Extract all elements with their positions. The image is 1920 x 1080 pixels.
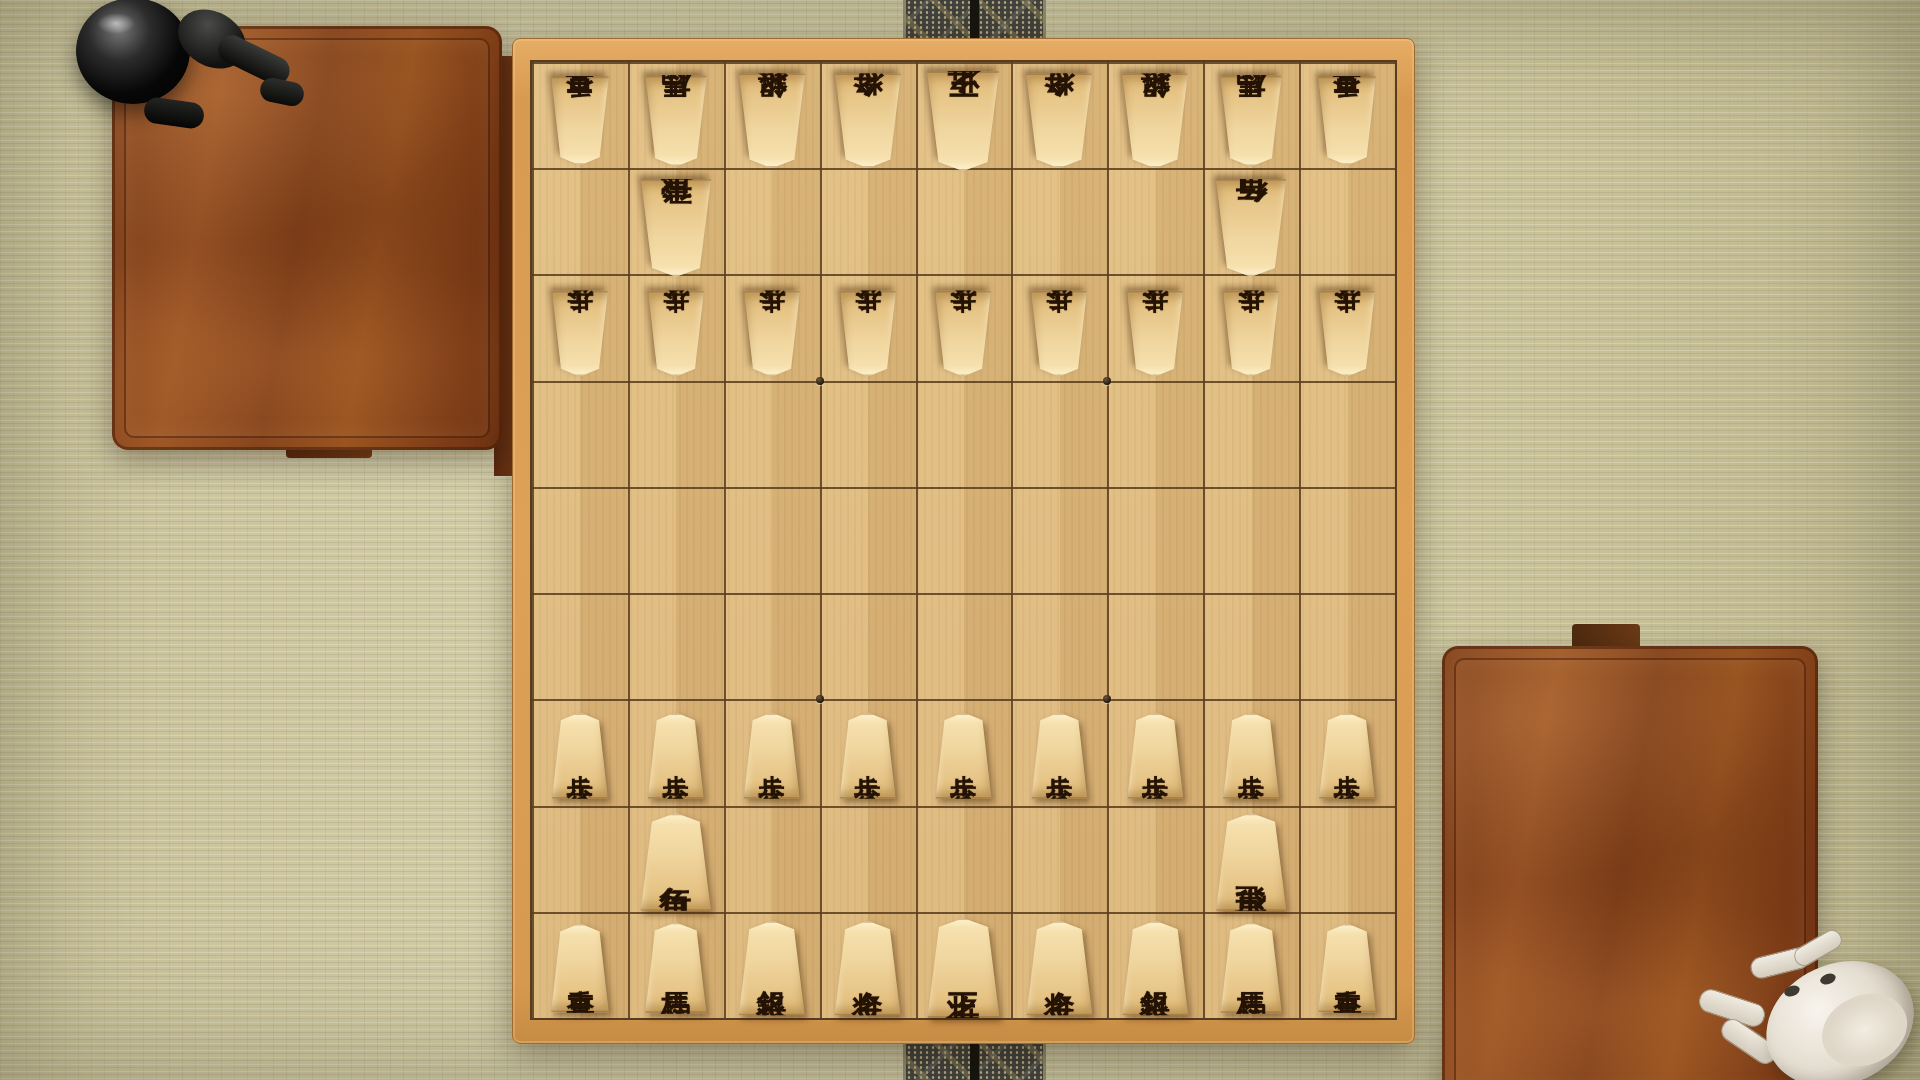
- square-2-1[interactable]: 桂馬: [1203, 62, 1299, 168]
- piece-wood-tile: 桂馬: [1219, 922, 1284, 1013]
- square-9-3[interactable]: 歩兵: [532, 274, 628, 380]
- piece-wood-tile: 歩兵: [742, 290, 801, 376]
- square-4-8[interactable]: [1011, 806, 1107, 912]
- piece-gote-pawn[interactable]: 歩兵: [934, 290, 993, 376]
- piece-sente-bishop[interactable]: 角行: [638, 813, 713, 911]
- square-6-2[interactable]: [820, 168, 916, 274]
- piece-sente-pawn[interactable]: 歩兵: [934, 713, 993, 799]
- square-3-3[interactable]: 歩兵: [1107, 274, 1203, 380]
- piece-wood-tile: 桂馬: [643, 922, 708, 1013]
- square-8-3[interactable]: 歩兵: [628, 274, 724, 380]
- piece-wood-tile: 銀将: [737, 921, 807, 1016]
- square-4-1[interactable]: 金将: [1011, 62, 1107, 168]
- square-3-5[interactable]: [1107, 487, 1203, 593]
- piece-kanji-label: 歩兵: [1334, 755, 1360, 757]
- square-1-4[interactable]: [1299, 381, 1395, 487]
- piece-wood-tile: 金将: [1024, 74, 1094, 169]
- piece-sente-silver[interactable]: 銀将: [1120, 921, 1190, 1016]
- square-4-3[interactable]: 歩兵: [1011, 274, 1107, 380]
- piece-kanji-label: 桂馬: [661, 120, 690, 122]
- square-8-7[interactable]: 歩兵: [628, 699, 724, 805]
- piece-wood-tile: 歩兵: [1221, 290, 1280, 376]
- square-8-4[interactable]: [628, 381, 724, 487]
- piece-sente-pawn[interactable]: 歩兵: [646, 713, 705, 799]
- square-5-6[interactable]: [916, 593, 1012, 699]
- piece-gote-lance[interactable]: 香車: [549, 76, 610, 165]
- square-5-8[interactable]: [916, 806, 1012, 912]
- square-9-9[interactable]: 香車: [532, 912, 628, 1018]
- square-6-1[interactable]: 金将: [820, 62, 916, 168]
- piece-sente-pawn[interactable]: 歩兵: [742, 713, 801, 799]
- piece-gote-knight[interactable]: 桂馬: [1219, 75, 1284, 166]
- square-2-9[interactable]: 桂馬: [1203, 912, 1299, 1018]
- piece-wood-tile: 桂馬: [643, 75, 708, 166]
- square-6-7[interactable]: 歩兵: [820, 699, 916, 805]
- piece-sente-pawn[interactable]: 歩兵: [1030, 713, 1089, 799]
- square-3-8[interactable]: [1107, 806, 1203, 912]
- piece-gote-pawn[interactable]: 歩兵: [1317, 290, 1376, 376]
- piece-kanji-label: 歩兵: [567, 755, 593, 757]
- piece-wood-tile: 歩兵: [646, 713, 705, 799]
- piece-wood-tile: 金将: [1024, 921, 1094, 1016]
- piece-gote-gold[interactable]: 金将: [1024, 74, 1094, 169]
- piece-sente-knight[interactable]: 桂馬: [643, 922, 708, 1013]
- piece-wood-tile: 歩兵: [646, 290, 705, 376]
- piece-wood-tile: 歩兵: [1221, 713, 1280, 799]
- piece-kanji-label: 歩兵: [663, 755, 689, 757]
- square-9-7[interactable]: 歩兵: [532, 699, 628, 805]
- piece-wood-tile: 歩兵: [934, 713, 993, 799]
- piece-gote-rook[interactable]: 飛車: [638, 179, 713, 277]
- square-8-2[interactable]: 飛車: [628, 168, 724, 274]
- square-8-8[interactable]: 角行: [628, 806, 724, 912]
- square-7-2[interactable]: [724, 168, 820, 274]
- piece-kanji-label: 歩兵: [1238, 755, 1264, 757]
- square-5-9[interactable]: 王将: [916, 912, 1012, 1018]
- piece-kanji-label: 歩兵: [1238, 332, 1264, 334]
- square-4-4[interactable]: [1011, 381, 1107, 487]
- piece-wood-tile: 歩兵: [838, 290, 897, 376]
- square-7-7[interactable]: 歩兵: [724, 699, 820, 805]
- square-9-6[interactable]: [532, 593, 628, 699]
- piece-gote-pawn[interactable]: 歩兵: [1030, 290, 1089, 376]
- shogi-board-grid: 香車桂馬銀将金将王将金将銀将桂馬香車飛車角行歩兵歩兵歩兵歩兵歩兵歩兵歩兵歩兵歩兵…: [530, 60, 1397, 1020]
- piece-gote-pawn[interactable]: 歩兵: [838, 290, 897, 376]
- piece-kanji-label: 歩兵: [759, 755, 785, 757]
- piece-kanji-label: 王将: [947, 967, 980, 969]
- piece-wood-tile: 香車: [549, 76, 610, 165]
- square-1-6[interactable]: [1299, 593, 1395, 699]
- piece-sente-pawn[interactable]: 歩兵: [1221, 713, 1280, 799]
- piece-gote-pawn[interactable]: 歩兵: [1126, 290, 1185, 376]
- shogi-room-scene: 香車桂馬銀将金将王将金将銀将桂馬香車飛車角行歩兵歩兵歩兵歩兵歩兵歩兵歩兵歩兵歩兵…: [0, 0, 1920, 1080]
- black-robot-player: [48, 0, 288, 138]
- square-5-1[interactable]: 王将: [916, 62, 1012, 168]
- star-point: [1103, 695, 1111, 703]
- square-9-2[interactable]: [532, 168, 628, 274]
- piece-wood-tile: 銀将: [1120, 921, 1190, 1016]
- piece-kanji-label: 歩兵: [1334, 332, 1360, 334]
- square-3-7[interactable]: 歩兵: [1107, 699, 1203, 805]
- piece-wood-tile: 飛車: [638, 179, 713, 277]
- piece-kanji-label: 歩兵: [567, 332, 593, 334]
- piece-wood-tile: 歩兵: [1030, 713, 1089, 799]
- piece-kanji-label: 歩兵: [855, 332, 881, 334]
- square-4-5[interactable]: [1011, 487, 1107, 593]
- square-2-2[interactable]: 角行: [1203, 168, 1299, 274]
- piece-kanji-label: 王将: [947, 120, 980, 122]
- square-2-5[interactable]: [1203, 487, 1299, 593]
- square-8-1[interactable]: 桂馬: [628, 62, 724, 168]
- piece-kanji-label: 香車: [566, 967, 594, 969]
- piece-gote-silver[interactable]: 銀将: [737, 74, 807, 169]
- square-7-5[interactable]: [724, 487, 820, 593]
- square-7-4[interactable]: [724, 381, 820, 487]
- piece-wood-tile: 歩兵: [934, 290, 993, 376]
- piece-sente-silver[interactable]: 銀将: [737, 921, 807, 1016]
- square-9-8[interactable]: [532, 806, 628, 912]
- square-1-9[interactable]: 香車: [1299, 912, 1395, 1018]
- piece-kanji-label: 歩兵: [1046, 332, 1072, 334]
- square-5-7[interactable]: 歩兵: [916, 699, 1012, 805]
- piece-kanji-label: 桂馬: [661, 967, 690, 969]
- square-2-4[interactable]: [1203, 381, 1299, 487]
- square-1-8[interactable]: [1299, 806, 1395, 912]
- piece-kanji-label: 香車: [1333, 967, 1361, 969]
- piece-wood-tile: 銀将: [1120, 74, 1190, 169]
- piece-gote-lance[interactable]: 香車: [1316, 76, 1377, 165]
- piece-kanji-label: 桂馬: [1237, 120, 1266, 122]
- square-5-2[interactable]: [916, 168, 1012, 274]
- piece-gote-pawn[interactable]: 歩兵: [646, 290, 705, 376]
- piece-sente-pawn[interactable]: 歩兵: [550, 713, 609, 799]
- piece-wood-tile: 歩兵: [1030, 290, 1089, 376]
- piece-sente-lance[interactable]: 香車: [1316, 923, 1377, 1012]
- piece-kanji-label: 歩兵: [950, 332, 976, 334]
- piece-kanji-label: 飛車: [660, 226, 692, 228]
- square-1-5[interactable]: [1299, 487, 1395, 593]
- piece-kanji-label: 金将: [853, 120, 883, 122]
- star-point: [1103, 377, 1111, 385]
- piece-kanji-label: 金将: [1044, 120, 1074, 122]
- square-6-6[interactable]: [820, 593, 916, 699]
- piece-gote-pawn[interactable]: 歩兵: [1221, 290, 1280, 376]
- piece-gote-silver[interactable]: 銀将: [1120, 74, 1190, 169]
- square-7-1[interactable]: 銀将: [724, 62, 820, 168]
- piece-kanji-label: 香車: [1333, 120, 1361, 122]
- piece-kanji-label: 歩兵: [1142, 332, 1168, 334]
- piece-wood-tile: 角行: [638, 813, 713, 911]
- square-3-2[interactable]: [1107, 168, 1203, 274]
- piece-kanji-label: 歩兵: [1142, 755, 1168, 757]
- square-1-3[interactable]: 歩兵: [1299, 274, 1395, 380]
- square-6-5[interactable]: [820, 487, 916, 593]
- piece-sente-pawn[interactable]: 歩兵: [1126, 713, 1185, 799]
- square-1-7[interactable]: 歩兵: [1299, 699, 1395, 805]
- piece-wood-tile: 歩兵: [1126, 713, 1185, 799]
- piece-wood-tile: 金将: [833, 921, 903, 1016]
- piece-wood-tile: 香車: [1316, 923, 1377, 1012]
- black-robot-foot: [142, 96, 205, 130]
- piece-gote-bishop[interactable]: 角行: [1214, 179, 1289, 277]
- piece-wood-tile: 飛車: [1214, 813, 1289, 911]
- shogi-board: 香車桂馬銀将金将王将金将銀将桂馬香車飛車角行歩兵歩兵歩兵歩兵歩兵歩兵歩兵歩兵歩兵…: [512, 38, 1415, 1044]
- square-1-2[interactable]: [1299, 168, 1395, 274]
- piece-sente-king[interactable]: 王将: [925, 918, 1002, 1018]
- piece-wood-tile: 歩兵: [1317, 290, 1376, 376]
- piece-gote-gold[interactable]: 金将: [833, 74, 903, 169]
- piece-wood-tile: 歩兵: [1317, 713, 1376, 799]
- square-7-8[interactable]: [724, 806, 820, 912]
- piece-sente-gold[interactable]: 金将: [833, 921, 903, 1016]
- star-point: [816, 695, 824, 703]
- square-8-9[interactable]: 桂馬: [628, 912, 724, 1018]
- square-6-4[interactable]: [820, 381, 916, 487]
- square-8-6[interactable]: [628, 593, 724, 699]
- piece-wood-tile: 歩兵: [1126, 290, 1185, 376]
- piece-gote-pawn[interactable]: 歩兵: [550, 290, 609, 376]
- square-3-6[interactable]: [1107, 593, 1203, 699]
- piece-sente-gold[interactable]: 金将: [1024, 921, 1094, 1016]
- piece-gote-pawn[interactable]: 歩兵: [742, 290, 801, 376]
- piece-kanji-label: 香車: [566, 120, 594, 122]
- square-8-5[interactable]: [628, 487, 724, 593]
- piece-kanji-label: 金将: [1044, 967, 1074, 969]
- piece-wood-tile: 歩兵: [742, 713, 801, 799]
- piece-wood-tile: 王将: [925, 71, 1002, 171]
- piece-wood-tile: 香車: [549, 923, 610, 1012]
- piece-wood-tile: 桂馬: [1219, 75, 1284, 166]
- square-2-3[interactable]: 歩兵: [1203, 274, 1299, 380]
- black-robot-head: [76, 0, 190, 104]
- square-7-9[interactable]: 銀将: [724, 912, 820, 1018]
- square-3-1[interactable]: 銀将: [1107, 62, 1203, 168]
- piece-kanji-label: 角行: [1235, 226, 1267, 228]
- square-2-8[interactable]: 飛車: [1203, 806, 1299, 912]
- square-5-3[interactable]: 歩兵: [916, 274, 1012, 380]
- piece-wood-tile: 歩兵: [838, 713, 897, 799]
- piece-kanji-label: 銀将: [1140, 120, 1170, 122]
- piece-gote-knight[interactable]: 桂馬: [643, 75, 708, 166]
- square-1-1[interactable]: 香車: [1299, 62, 1395, 168]
- piece-wood-tile: 角行: [1214, 179, 1289, 277]
- piece-kanji-label: 桂馬: [1237, 967, 1266, 969]
- piece-kanji-label: 歩兵: [759, 332, 785, 334]
- piece-sente-lance[interactable]: 香車: [549, 923, 610, 1012]
- piece-kanji-label: 歩兵: [663, 332, 689, 334]
- piece-gote-king[interactable]: 王将: [925, 71, 1002, 171]
- square-7-3[interactable]: 歩兵: [724, 274, 820, 380]
- square-6-8[interactable]: [820, 806, 916, 912]
- piece-wood-tile: 銀将: [737, 74, 807, 169]
- piece-kanji-label: 金将: [853, 967, 883, 969]
- square-4-9[interactable]: 金将: [1011, 912, 1107, 1018]
- piece-kanji-label: 歩兵: [950, 755, 976, 757]
- piece-wood-tile: 香車: [1316, 76, 1377, 165]
- square-3-4[interactable]: [1107, 381, 1203, 487]
- square-5-5[interactable]: [916, 487, 1012, 593]
- square-4-6[interactable]: [1011, 593, 1107, 699]
- square-6-9[interactable]: 金将: [820, 912, 916, 1018]
- piece-kanji-label: 銀将: [1140, 967, 1170, 969]
- piece-kanji-label: 歩兵: [855, 755, 881, 757]
- square-7-6[interactable]: [724, 593, 820, 699]
- piece-sente-rook[interactable]: 飛車: [1214, 813, 1289, 911]
- piece-kanji-label: 銀将: [757, 120, 787, 122]
- piece-wood-tile: 王将: [925, 918, 1002, 1018]
- square-4-2[interactable]: [1011, 168, 1107, 274]
- square-2-7[interactable]: 歩兵: [1203, 699, 1299, 805]
- piece-kanji-label: 銀将: [757, 967, 787, 969]
- square-9-1[interactable]: 香車: [532, 62, 628, 168]
- piece-sente-knight[interactable]: 桂馬: [1219, 922, 1284, 1013]
- piece-kanji-label: 歩兵: [1046, 755, 1072, 757]
- piece-wood-tile: 歩兵: [550, 290, 609, 376]
- piece-sente-pawn[interactable]: 歩兵: [1317, 713, 1376, 799]
- square-2-6[interactable]: [1203, 593, 1299, 699]
- star-point: [816, 377, 824, 385]
- square-4-7[interactable]: 歩兵: [1011, 699, 1107, 805]
- piece-kanji-label: 飛車: [1235, 861, 1267, 863]
- piece-wood-tile: 歩兵: [550, 713, 609, 799]
- square-6-3[interactable]: 歩兵: [820, 274, 916, 380]
- square-9-4[interactable]: [532, 381, 628, 487]
- square-5-4[interactable]: [916, 381, 1012, 487]
- piece-kanji-label: 角行: [660, 861, 692, 863]
- square-9-5[interactable]: [532, 487, 628, 593]
- piece-wood-tile: 金将: [833, 74, 903, 169]
- square-3-9[interactable]: 銀将: [1107, 912, 1203, 1018]
- white-robot-player: [1692, 938, 1920, 1080]
- piece-sente-pawn[interactable]: 歩兵: [838, 713, 897, 799]
